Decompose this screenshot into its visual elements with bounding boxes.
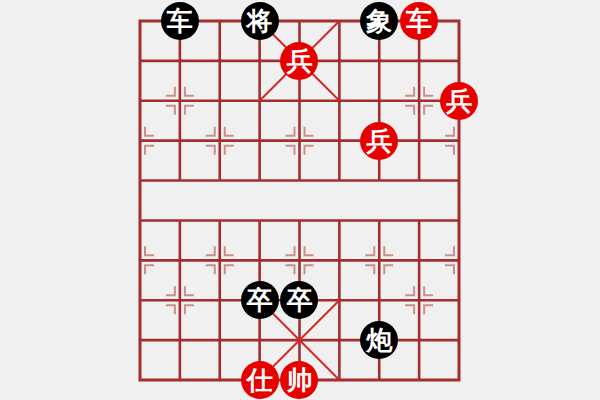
piece-black-soldier[interactable]: 卒 <box>241 281 279 319</box>
piece-black-chariot[interactable]: 车 <box>161 2 199 40</box>
piece-black-elephant[interactable]: 象 <box>360 2 398 40</box>
piece-red-soldier[interactable]: 兵 <box>360 122 398 160</box>
piece-red-soldier[interactable]: 兵 <box>440 82 478 120</box>
xiangqi-board: 车将象车兵兵兵卒卒炮仕帅 <box>120 1 479 400</box>
piece-red-chariot[interactable]: 车 <box>400 2 438 40</box>
piece-red-soldier[interactable]: 兵 <box>280 42 318 80</box>
piece-black-soldier[interactable]: 卒 <box>280 281 318 319</box>
piece-black-cannon[interactable]: 炮 <box>360 321 398 359</box>
piece-black-general[interactable]: 将 <box>241 2 279 40</box>
piece-red-general[interactable]: 帅 <box>280 361 318 399</box>
screen: 车将象车兵兵兵卒卒炮仕帅 <box>0 0 600 400</box>
piece-red-advisor[interactable]: 仕 <box>241 361 279 399</box>
